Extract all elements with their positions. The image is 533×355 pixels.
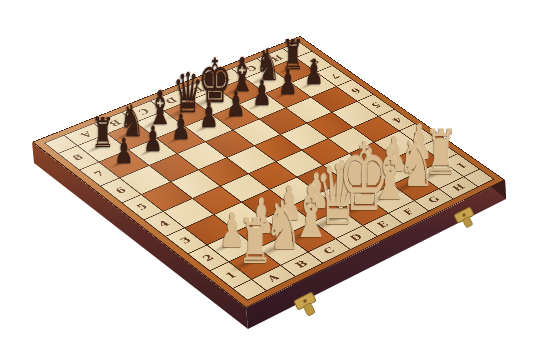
piece-black-pawn-a7[interactable]: ♟ (114, 134, 133, 169)
rank-label-text: 3 (178, 235, 195, 246)
rank-label-text: 7 (91, 169, 107, 179)
rank-label-text: 6 (113, 185, 130, 195)
piece-black-pawn-c7[interactable]: ♟ (171, 110, 190, 145)
rank-label-text: 2 (200, 253, 217, 264)
piece-black-pawn-h7[interactable]: ♟ (304, 55, 323, 90)
piece-white-rook-h1[interactable]: ♜ (423, 122, 457, 184)
rank-label-text: 4 (156, 219, 173, 229)
piece-black-rook-a8[interactable]: ♜ (91, 113, 114, 154)
piece-black-pawn-g7[interactable]: ♟ (279, 65, 298, 100)
rank-label-text: 7 (327, 72, 342, 81)
rank-label-text: 5 (134, 202, 151, 212)
chess-set-photo: ABCDEFGH8877665544332211ABCDEFGH ♜♞♝♛♚♝♞… (0, 0, 533, 355)
piece-black-pawn-d7[interactable]: ♟ (199, 99, 218, 134)
rank-label-text: 8 (70, 153, 86, 163)
piece-black-pawn-f7[interactable]: ♟ (253, 76, 272, 111)
rank-label-text: 6 (347, 86, 362, 95)
piece-black-pawn-b7[interactable]: ♟ (143, 122, 162, 157)
rank-label-text: 5 (368, 101, 383, 110)
piece-black-pawn-e7[interactable]: ♟ (226, 87, 245, 122)
